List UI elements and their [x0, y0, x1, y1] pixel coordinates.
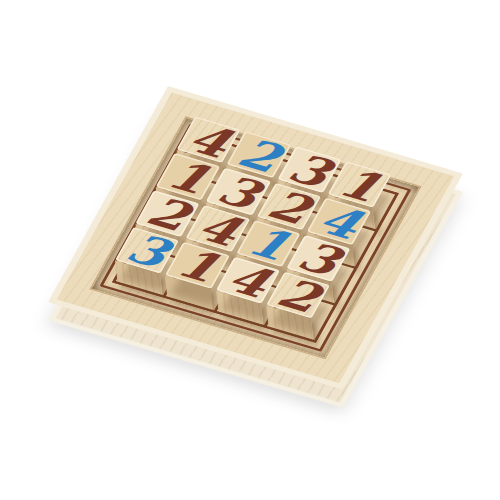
sudoku-board: 4231132424133142: [48, 86, 463, 390]
cube-digit: 3: [121, 228, 173, 272]
cube-digit: 2: [272, 273, 324, 317]
board-floor: 4231132424133142: [89, 116, 421, 359]
cube-digit: 1: [171, 243, 223, 287]
tray-frame: 4231132424133142: [48, 86, 463, 390]
product-photo-scene: 4231132424133142: [0, 0, 500, 500]
cube-digit: 4: [222, 258, 274, 302]
sudoku-grid: 4231132424133142: [112, 133, 399, 343]
